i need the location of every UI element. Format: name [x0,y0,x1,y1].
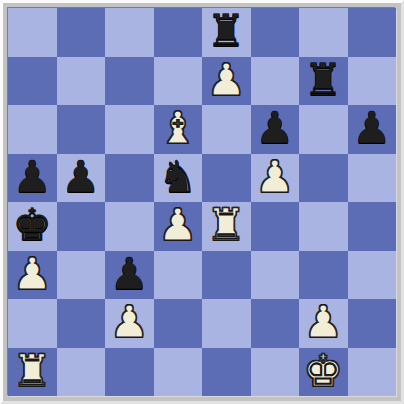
square-a2[interactable] [8,299,57,348]
white-pawn-piece[interactable]: ♟ [158,203,197,247]
white-pawn-piece[interactable]: ♟ [110,300,149,344]
square-g4[interactable] [299,202,348,251]
square-g8[interactable] [299,8,348,57]
black-pawn-piece[interactable]: ♟ [352,106,391,150]
white-pawn-piece[interactable]: ♟ [304,300,343,344]
white-rook-piece[interactable]: ♜ [207,203,246,247]
square-g7[interactable]: ♜ [299,57,348,106]
square-c8[interactable] [105,8,154,57]
square-d3[interactable] [154,251,203,300]
square-h6[interactable]: ♟ [348,105,397,154]
square-e6[interactable] [202,105,251,154]
square-h1[interactable] [348,348,397,397]
square-b1[interactable] [57,348,106,397]
square-a3[interactable]: ♟ [8,251,57,300]
black-pawn-piece[interactable]: ♟ [110,252,149,296]
square-c5[interactable] [105,154,154,203]
square-e5[interactable] [202,154,251,203]
square-b6[interactable] [57,105,106,154]
square-a7[interactable] [8,57,57,106]
square-d5[interactable]: ♞ [154,154,203,203]
square-e4[interactable]: ♜ [202,202,251,251]
white-bishop-piece[interactable]: ♝ [158,106,197,150]
square-f2[interactable] [251,299,300,348]
square-b4[interactable] [57,202,106,251]
square-a4[interactable]: ♚ [8,202,57,251]
square-e1[interactable] [202,348,251,397]
black-knight-piece[interactable]: ♞ [158,155,197,199]
black-rook-piece[interactable]: ♜ [207,9,246,53]
square-g6[interactable] [299,105,348,154]
square-h5[interactable] [348,154,397,203]
square-f1[interactable] [251,348,300,397]
square-b3[interactable] [57,251,106,300]
white-rook-piece[interactable]: ♜ [13,349,52,393]
square-f4[interactable] [251,202,300,251]
square-c1[interactable] [105,348,154,397]
square-f5[interactable]: ♟ [251,154,300,203]
black-pawn-piece[interactable]: ♟ [61,155,100,199]
square-g2[interactable]: ♟ [299,299,348,348]
square-h8[interactable] [348,8,397,57]
square-c3[interactable]: ♟ [105,251,154,300]
square-a1[interactable]: ♜ [8,348,57,397]
square-d6[interactable]: ♝ [154,105,203,154]
square-f6[interactable]: ♟ [251,105,300,154]
square-d8[interactable] [154,8,203,57]
square-b7[interactable] [57,57,106,106]
square-d1[interactable] [154,348,203,397]
square-e3[interactable] [202,251,251,300]
square-f3[interactable] [251,251,300,300]
square-f7[interactable] [251,57,300,106]
square-g1[interactable]: ♚ [299,348,348,397]
square-h2[interactable] [348,299,397,348]
square-d7[interactable] [154,57,203,106]
square-b8[interactable] [57,8,106,57]
square-e8[interactable]: ♜ [202,8,251,57]
square-g3[interactable] [299,251,348,300]
square-h4[interactable] [348,202,397,251]
square-b2[interactable] [57,299,106,348]
black-pawn-piece[interactable]: ♟ [255,106,294,150]
square-c6[interactable] [105,105,154,154]
square-c4[interactable] [105,202,154,251]
square-f8[interactable] [251,8,300,57]
black-rook-piece[interactable]: ♜ [304,58,343,102]
white-king-piece[interactable]: ♚ [304,349,343,393]
square-h3[interactable] [348,251,397,300]
square-a5[interactable]: ♟ [8,154,57,203]
square-a8[interactable] [8,8,57,57]
white-pawn-piece[interactable]: ♟ [255,155,294,199]
black-king-piece[interactable]: ♚ [13,203,52,247]
square-c2[interactable]: ♟ [105,299,154,348]
white-pawn-piece[interactable]: ♟ [207,58,246,102]
square-c7[interactable] [105,57,154,106]
square-g5[interactable] [299,154,348,203]
black-pawn-piece[interactable]: ♟ [13,155,52,199]
square-a6[interactable] [8,105,57,154]
white-pawn-piece[interactable]: ♟ [13,252,52,296]
square-d2[interactable] [154,299,203,348]
board-frame: ♜♟♜♝♟♟♟♟♞♟♚♟♜♟♟♟♟♜♚ [0,0,404,404]
square-e2[interactable] [202,299,251,348]
square-d4[interactable]: ♟ [154,202,203,251]
square-b5[interactable]: ♟ [57,154,106,203]
chess-board: ♜♟♜♝♟♟♟♟♞♟♚♟♜♟♟♟♟♜♚ [8,8,396,396]
square-h7[interactable] [348,57,397,106]
square-e7[interactable]: ♟ [202,57,251,106]
